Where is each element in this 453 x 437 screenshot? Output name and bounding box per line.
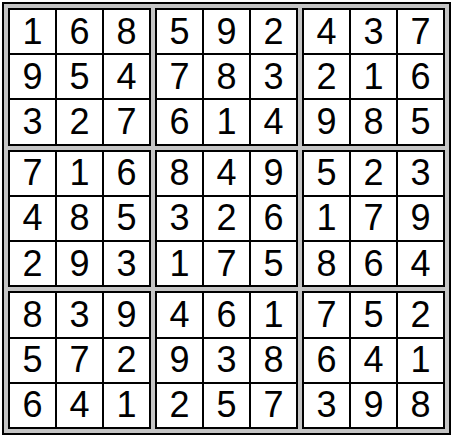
cell-r4c2[interactable]: 1: [57, 152, 102, 195]
cell-r7c1[interactable]: 8: [10, 293, 55, 336]
cell-r8c4[interactable]: 9: [157, 339, 202, 382]
sudoku-frame: 168954327 592783614 437216985 716485293 …: [0, 0, 453, 437]
cell-r2c5[interactable]: 8: [204, 55, 249, 98]
cell-r1c3[interactable]: 8: [104, 10, 149, 53]
cell-r5c6[interactable]: 6: [251, 197, 296, 240]
cell-r5c5[interactable]: 2: [204, 197, 249, 240]
cell-r2c7[interactable]: 2: [304, 55, 349, 98]
block-r3c1: 839572641: [8, 291, 151, 429]
cell-r6c5[interactable]: 7: [204, 242, 249, 285]
cell-r3c7[interactable]: 9: [304, 100, 349, 143]
block-r2c1: 716485293: [8, 150, 151, 288]
cell-r7c5[interactable]: 6: [204, 293, 249, 336]
cell-r5c4[interactable]: 3: [157, 197, 202, 240]
cell-r1c1[interactable]: 1: [10, 10, 55, 53]
cell-r5c2[interactable]: 8: [57, 197, 102, 240]
cell-r9c1[interactable]: 6: [10, 384, 55, 427]
cell-r3c2[interactable]: 2: [57, 100, 102, 143]
cell-r3c8[interactable]: 8: [351, 100, 396, 143]
cell-r4c4[interactable]: 8: [157, 152, 202, 195]
cell-r1c9[interactable]: 7: [398, 10, 443, 53]
cell-r3c4[interactable]: 6: [157, 100, 202, 143]
cell-r4c8[interactable]: 2: [351, 152, 396, 195]
cell-r6c8[interactable]: 6: [351, 242, 396, 285]
cell-r2c4[interactable]: 7: [157, 55, 202, 98]
cell-r9c5[interactable]: 5: [204, 384, 249, 427]
block-r2c2: 849326175: [155, 150, 298, 288]
cell-r4c9[interactable]: 3: [398, 152, 443, 195]
cell-r3c1[interactable]: 3: [10, 100, 55, 143]
cell-r8c9[interactable]: 1: [398, 339, 443, 382]
cell-r5c1[interactable]: 4: [10, 197, 55, 240]
cell-r9c9[interactable]: 8: [398, 384, 443, 427]
cell-r2c1[interactable]: 9: [10, 55, 55, 98]
cell-r7c3[interactable]: 9: [104, 293, 149, 336]
cell-r8c8[interactable]: 4: [351, 339, 396, 382]
cell-r8c2[interactable]: 7: [57, 339, 102, 382]
block-r1c2: 592783614: [155, 8, 298, 146]
cell-r5c7[interactable]: 1: [304, 197, 349, 240]
cell-r1c6[interactable]: 2: [251, 10, 296, 53]
cell-r3c5[interactable]: 1: [204, 100, 249, 143]
cell-r9c7[interactable]: 3: [304, 384, 349, 427]
cell-r3c9[interactable]: 5: [398, 100, 443, 143]
cell-r1c7[interactable]: 4: [304, 10, 349, 53]
cell-r6c6[interactable]: 5: [251, 242, 296, 285]
cell-r9c6[interactable]: 7: [251, 384, 296, 427]
cell-r8c1[interactable]: 5: [10, 339, 55, 382]
cell-r6c1[interactable]: 2: [10, 242, 55, 285]
cell-r2c8[interactable]: 1: [351, 55, 396, 98]
cell-r7c9[interactable]: 2: [398, 293, 443, 336]
cell-r4c1[interactable]: 7: [10, 152, 55, 195]
sudoku-board: 168954327 592783614 437216985 716485293 …: [2, 2, 451, 435]
cell-r4c6[interactable]: 9: [251, 152, 296, 195]
cell-r4c7[interactable]: 5: [304, 152, 349, 195]
cell-r3c3[interactable]: 7: [104, 100, 149, 143]
cell-r4c5[interactable]: 4: [204, 152, 249, 195]
cell-r1c4[interactable]: 5: [157, 10, 202, 53]
cell-r2c9[interactable]: 6: [398, 55, 443, 98]
cell-r8c6[interactable]: 8: [251, 339, 296, 382]
cell-r8c3[interactable]: 2: [104, 339, 149, 382]
cell-r9c4[interactable]: 2: [157, 384, 202, 427]
cell-r7c6[interactable]: 1: [251, 293, 296, 336]
cell-r1c5[interactable]: 9: [204, 10, 249, 53]
cell-r7c4[interactable]: 4: [157, 293, 202, 336]
cell-r6c3[interactable]: 3: [104, 242, 149, 285]
cell-r8c5[interactable]: 3: [204, 339, 249, 382]
cell-r2c2[interactable]: 5: [57, 55, 102, 98]
cell-r1c2[interactable]: 6: [57, 10, 102, 53]
cell-r4c3[interactable]: 6: [104, 152, 149, 195]
cell-r1c8[interactable]: 3: [351, 10, 396, 53]
block-r2c3: 523179864: [302, 150, 445, 288]
cell-r6c4[interactable]: 1: [157, 242, 202, 285]
block-r1c3: 437216985: [302, 8, 445, 146]
cell-r2c6[interactable]: 3: [251, 55, 296, 98]
cell-r9c2[interactable]: 4: [57, 384, 102, 427]
cell-r6c2[interactable]: 9: [57, 242, 102, 285]
cell-r6c9[interactable]: 4: [398, 242, 443, 285]
cell-r5c8[interactable]: 7: [351, 197, 396, 240]
block-r3c3: 752641398: [302, 291, 445, 429]
block-r3c2: 461938257: [155, 291, 298, 429]
cell-r3c6[interactable]: 4: [251, 100, 296, 143]
cell-r8c7[interactable]: 6: [304, 339, 349, 382]
cell-r7c8[interactable]: 5: [351, 293, 396, 336]
cell-r9c8[interactable]: 9: [351, 384, 396, 427]
cell-r7c7[interactable]: 7: [304, 293, 349, 336]
cell-r9c3[interactable]: 1: [104, 384, 149, 427]
block-r1c1: 168954327: [8, 8, 151, 146]
cell-r2c3[interactable]: 4: [104, 55, 149, 98]
cell-r5c9[interactable]: 9: [398, 197, 443, 240]
cell-r5c3[interactable]: 5: [104, 197, 149, 240]
cell-r6c7[interactable]: 8: [304, 242, 349, 285]
cell-r7c2[interactable]: 3: [57, 293, 102, 336]
